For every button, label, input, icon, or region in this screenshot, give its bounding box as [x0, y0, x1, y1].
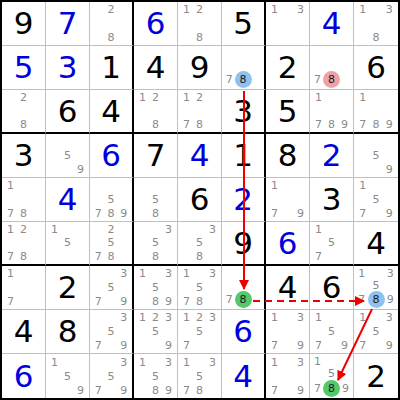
sudoku-board: 9728612851341385314978278628641281278351… — [0, 0, 400, 400]
cell-r8c4[interactable]: 12359 — [134, 310, 178, 354]
candidate-digit: 1 — [312, 223, 325, 236]
candidate-digit: 1 — [312, 355, 323, 368]
cell-r8c6[interactable]: 6 — [222, 310, 266, 354]
cell-r9c9[interactable]: 2 — [354, 354, 398, 398]
candidate-digit: 5 — [61, 149, 74, 163]
cell-r2c5[interactable]: 9 — [178, 46, 222, 90]
pencil-marks: 3579 — [90, 266, 132, 309]
cell-r4c6[interactable]: 1 — [222, 134, 266, 178]
given-digit: 6 — [58, 96, 78, 127]
pencil-marks: 58 — [134, 178, 177, 221]
candidate-digit: 5 — [105, 325, 118, 339]
cell-r2c1[interactable]: 5 — [2, 46, 46, 90]
candidate-digit: 3 — [117, 267, 130, 281]
candidate-digit: 7 — [356, 338, 369, 352]
candidate-digit: 7 — [268, 206, 281, 220]
given-digit: 4 — [101, 96, 121, 127]
pencil-marks: 12357 — [178, 310, 221, 353]
solved-digit: 3 — [58, 52, 78, 83]
cell-r6c6[interactable]: 9 — [222, 222, 266, 266]
cell-r2c3[interactable]: 1 — [90, 46, 134, 90]
candidate-digit: 7 — [4, 206, 17, 220]
cell-r3c8[interactable]: 1789 — [310, 90, 354, 134]
cell-r9c5[interactable]: 13578 — [178, 354, 222, 398]
cell-r9c4[interactable]: 13589 — [134, 354, 178, 398]
candidate-digit: 1 — [136, 311, 149, 325]
candidate-digit: 2 — [17, 223, 30, 236]
given-digit: 3 — [14, 140, 34, 171]
given-digit: 7 — [146, 140, 166, 171]
candidate-digit: 5 — [149, 236, 162, 249]
cell-r8c5[interactable]: 12357 — [178, 310, 222, 354]
candidate-digit: 7 — [312, 380, 323, 397]
candidate-digit: 7 — [356, 118, 369, 131]
given-digit: 8 — [278, 140, 298, 171]
given-digit: 4 — [14, 316, 34, 347]
pencil-marks: 1789 — [354, 90, 398, 132]
candidate-digit: 7 — [356, 291, 368, 308]
candidate-digit: 7 — [268, 338, 281, 352]
candidate-digit: 7 — [268, 383, 281, 397]
pencil-marks: 138 — [354, 2, 398, 45]
cell-r5c6[interactable]: 2 — [222, 178, 266, 222]
sudoku-board-wrap: 9728612851341385314978278628641281278351… — [0, 0, 400, 400]
cell-r1c2[interactable]: 7 — [46, 2, 90, 46]
candidate-digit: 3 — [162, 267, 175, 281]
candidate-digit: 8 — [17, 206, 30, 220]
pencil-marks: 1789 — [310, 90, 353, 132]
pencil-marks: 17 — [2, 266, 45, 309]
solved-digit: 4 — [233, 361, 253, 392]
cell-r5c9[interactable]: 1579 — [354, 178, 398, 222]
candidate-digit: 8 — [369, 30, 382, 44]
candidate-digit: 1 — [180, 91, 193, 104]
cell-r2c7[interactable]: 2 — [266, 46, 310, 90]
candidate-digit: 1 — [136, 355, 149, 369]
candidate-digit: 5 — [105, 193, 118, 207]
cell-r6c4[interactable]: 358 — [134, 222, 178, 266]
candidate-digit: 5 — [369, 193, 382, 207]
candidate-digit: 1 — [48, 223, 61, 236]
pencil-marks: 78 — [222, 46, 264, 89]
pencil-marks: 128 — [134, 90, 177, 132]
cell-r7c6[interactable]: 78 — [222, 266, 266, 310]
candidate-digit: 9 — [385, 291, 397, 308]
candidate-digit: 1 — [136, 91, 149, 104]
candidate-digit: 1 — [136, 267, 149, 281]
cell-r6c3[interactable]: 2578 — [90, 222, 134, 266]
given-digit: 1 — [101, 52, 121, 83]
candidate-digit: 3 — [162, 355, 175, 369]
cell-r4c5[interactable]: 4 — [178, 134, 222, 178]
solved-digit: 4 — [58, 184, 78, 215]
candidate-digit: 8 — [149, 118, 162, 131]
candidate-digit: 9 — [338, 338, 351, 352]
candidate-digit: 8 — [105, 206, 118, 220]
given-digit: 9 — [190, 52, 210, 83]
pencil-marks: 159 — [46, 354, 89, 398]
candidate-digit: 1 — [356, 267, 368, 279]
pencil-marks: 1579 — [354, 178, 398, 221]
given-digit: 4 — [146, 52, 166, 83]
pencil-marks: 13578 — [178, 266, 221, 309]
cell-r8c3[interactable]: 3579 — [90, 310, 134, 354]
candidate-digit: 1 — [268, 3, 281, 17]
cell-r2c4[interactable]: 4 — [134, 46, 178, 90]
candidate-digit: 2 — [105, 3, 118, 17]
candidate-digit: 2 — [193, 311, 206, 325]
chain-node-blue[interactable]: 8 — [368, 291, 385, 308]
cell-r9c2[interactable]: 159 — [46, 354, 90, 398]
given-digit: 2 — [366, 361, 386, 392]
candidate-digit: 2 — [149, 91, 162, 104]
solved-digit: 6 — [233, 316, 253, 347]
cell-r2c2[interactable]: 3 — [46, 46, 90, 90]
pencil-marks: 15789 — [310, 354, 353, 398]
candidate-digit: 1 — [356, 91, 369, 104]
cell-r4c1[interactable]: 3 — [2, 134, 46, 178]
candidate-digit: 9 — [383, 162, 396, 176]
candidate-digit: 5 — [325, 236, 338, 249]
given-digit: 5 — [278, 96, 298, 127]
candidate-digit: 8 — [105, 250, 118, 263]
candidate-digit: 1 — [356, 311, 369, 325]
candidate-digit: 3 — [206, 267, 219, 281]
cell-r7c2[interactable]: 2 — [46, 266, 90, 310]
pencil-marks: 5789 — [90, 178, 132, 221]
candidate-digit: 9 — [117, 383, 130, 397]
cell-r4c3[interactable]: 6 — [90, 134, 134, 178]
cell-r7c9[interactable]: 135789 — [354, 266, 398, 310]
cell-r6c5[interactable]: 358 — [178, 222, 222, 266]
cell-r6c1[interactable]: 1278 — [2, 222, 46, 266]
pencil-marks: 13589 — [134, 354, 177, 398]
cell-r5c1[interactable]: 178 — [2, 178, 46, 222]
cell-r1c4[interactable]: 6 — [134, 2, 178, 46]
candidate-digit: 5 — [105, 281, 118, 295]
candidate-digit: 8 — [149, 294, 162, 308]
cell-r7c5[interactable]: 13578 — [178, 266, 222, 310]
candidate-digit: 8 — [17, 250, 30, 263]
candidate-digit: 3 — [162, 311, 175, 325]
candidate-digit: 1 — [312, 311, 325, 325]
given-digit: 6 — [366, 52, 386, 83]
candidate-digit: 8 — [193, 383, 206, 397]
cell-r5c2[interactable]: 4 — [46, 178, 90, 222]
candidate-digit: 1 — [180, 355, 193, 369]
candidate-digit: 3 — [206, 355, 219, 369]
candidate-digit: 7 — [4, 250, 17, 263]
solved-digit: 6 — [101, 140, 121, 171]
candidate-digit: 8 — [325, 118, 338, 131]
candidate-digit: 1 — [268, 179, 281, 193]
candidate-digit: 9 — [383, 118, 396, 131]
candidate-digit: 1 — [312, 91, 325, 104]
pencil-marks: 2578 — [90, 222, 132, 264]
candidate-digit: 2 — [149, 311, 162, 325]
given-digit: 3 — [322, 184, 342, 215]
candidate-digit: 1 — [180, 3, 193, 17]
cell-r1c9[interactable]: 138 — [354, 2, 398, 46]
candidate-digit: 1 — [4, 179, 17, 193]
cell-r1c1[interactable]: 9 — [2, 2, 46, 46]
solved-digit: 2 — [233, 184, 253, 215]
cell-r5c4[interactable]: 58 — [134, 178, 178, 222]
candidate-digit: 5 — [325, 325, 338, 339]
given-digit: 1 — [233, 140, 253, 171]
candidate-digit: 5 — [369, 149, 382, 163]
candidate-digit: 7 — [92, 206, 105, 220]
candidate-digit: 3 — [294, 355, 307, 369]
cell-r1c5[interactable]: 128 — [178, 2, 222, 46]
cell-r6c7[interactable]: 6 — [266, 222, 310, 266]
candidate-digit: 9 — [74, 383, 87, 397]
cell-r3c6[interactable]: 3 — [222, 90, 266, 134]
candidate-digit: 9 — [162, 294, 175, 308]
cell-r1c8[interactable]: 4 — [310, 2, 354, 46]
cell-r6c9[interactable]: 4 — [354, 222, 398, 266]
candidate-digit: 8 — [369, 118, 382, 131]
cell-r7c4[interactable]: 13589 — [134, 266, 178, 310]
cell-r2c8[interactable]: 78 — [310, 46, 354, 90]
candidate-digit: 7 — [180, 383, 193, 397]
candidate-digit: 9 — [383, 338, 396, 352]
cell-r2c6[interactable]: 78 — [222, 46, 266, 90]
candidate-digit: 9 — [162, 383, 175, 397]
candidate-digit: 5 — [61, 236, 74, 249]
pencil-marks: 1379 — [266, 310, 309, 353]
pencil-marks: 135789 — [354, 266, 398, 309]
candidate-digit: 5 — [149, 193, 162, 207]
candidate-digit: 5 — [149, 369, 162, 383]
cell-r3c2[interactable]: 6 — [46, 90, 90, 134]
candidate-digit: 9 — [162, 338, 175, 352]
pencil-marks: 3579 — [90, 354, 132, 398]
cell-r4c8[interactable]: 2 — [310, 134, 354, 178]
pencil-marks: 28 — [2, 90, 45, 132]
candidate-digit: 7 — [92, 338, 105, 352]
candidate-digit: 8 — [149, 206, 162, 220]
given-digit: 3 — [233, 96, 253, 127]
pencil-marks: 78 — [222, 266, 264, 309]
candidate-digit: 8 — [149, 383, 162, 397]
candidate-digit: 7 — [180, 338, 193, 352]
solved-digit: 4 — [322, 8, 342, 39]
pencil-marks: 1278 — [2, 222, 45, 264]
cell-r8c1[interactable]: 4 — [2, 310, 46, 354]
cell-r9c3[interactable]: 3579 — [90, 354, 134, 398]
given-digit: 2 — [58, 272, 78, 303]
cell-r1c7[interactable]: 13 — [266, 2, 310, 46]
candidate-digit: 7 — [92, 294, 105, 308]
candidate-digit: 2 — [105, 223, 118, 236]
candidate-digit: 2 — [17, 91, 30, 104]
given-digit: 6 — [190, 184, 210, 215]
given-digit: 9 — [14, 8, 34, 39]
candidate-digit: 7 — [312, 338, 325, 352]
candidate-digit: 5 — [368, 279, 385, 291]
candidate-digit: 7 — [180, 294, 193, 308]
cell-r1c3[interactable]: 28 — [90, 2, 134, 46]
candidate-digit: 8 — [193, 250, 206, 263]
cell-r2c9[interactable]: 6 — [354, 46, 398, 90]
given-digit: 5 — [233, 8, 253, 39]
cell-r5c3[interactable]: 5789 — [90, 178, 134, 222]
chain-node-red[interactable]: 8 — [323, 71, 340, 88]
pencil-marks: 128 — [178, 2, 221, 45]
candidate-digit: 3 — [294, 3, 307, 17]
candidate-digit: 5 — [149, 325, 162, 339]
candidate-digit: 7 — [180, 118, 193, 131]
candidate-digit: 5 — [193, 369, 206, 383]
cell-r1c6[interactable]: 5 — [222, 2, 266, 46]
cell-r3c1[interactable]: 28 — [2, 90, 46, 134]
cell-r4c4[interactable]: 7 — [134, 134, 178, 178]
cell-r9c6[interactable]: 4 — [222, 354, 266, 398]
candidate-digit: 3 — [206, 223, 219, 236]
candidate-digit: 1 — [4, 267, 17, 281]
pencil-marks: 1579 — [310, 310, 353, 353]
cell-r6c8[interactable]: 157 — [310, 222, 354, 266]
cell-r8c9[interactable]: 13579 — [354, 310, 398, 354]
pencil-marks: 12359 — [134, 310, 177, 353]
candidate-digit: 7 — [92, 383, 105, 397]
chain-node-green[interactable]: 8 — [323, 380, 340, 397]
candidate-digit: 1 — [356, 179, 369, 193]
candidate-digit: 5 — [105, 236, 118, 249]
solved-digit: 6 — [278, 228, 298, 259]
cell-r3c3[interactable]: 4 — [90, 90, 134, 134]
cell-r4c7[interactable]: 8 — [266, 134, 310, 178]
cell-r6c2[interactable]: 15 — [46, 222, 90, 266]
candidate-digit: 5 — [149, 281, 162, 295]
pencil-marks: 28 — [90, 2, 132, 45]
given-digit: 6 — [322, 272, 342, 303]
cell-r8c8[interactable]: 1579 — [310, 310, 354, 354]
candidate-digit: 9 — [294, 338, 307, 352]
pencil-marks: 13578 — [178, 354, 221, 398]
candidate-digit: 1 — [48, 355, 61, 369]
cell-r7c8[interactable]: 6 — [310, 266, 354, 310]
pencil-marks: 157 — [310, 222, 353, 264]
pencil-marks: 358 — [178, 222, 221, 264]
solved-digit: 4 — [190, 140, 210, 171]
candidate-digit: 9 — [294, 206, 307, 220]
cell-r4c2[interactable]: 59 — [46, 134, 90, 178]
cell-r8c2[interactable]: 8 — [46, 310, 90, 354]
cell-r9c8[interactable]: 15789 — [310, 354, 354, 398]
candidate-digit: 7 — [92, 250, 105, 263]
pencil-marks: 78 — [310, 46, 353, 89]
candidate-digit: 8 — [193, 118, 206, 131]
candidate-digit: 5 — [193, 236, 206, 249]
candidate-digit: 8 — [105, 30, 118, 44]
candidate-digit: 5 — [61, 369, 74, 383]
candidate-digit: 7 — [4, 294, 17, 308]
candidate-digit: 8 — [17, 118, 30, 131]
solved-digit: 6 — [14, 361, 34, 392]
cell-r7c7[interactable]: 4 — [266, 266, 310, 310]
cell-r3c5[interactable]: 1278 — [178, 90, 222, 134]
candidate-digit: 5 — [369, 325, 382, 339]
candidate-digit: 9 — [117, 294, 130, 308]
candidate-digit: 5 — [105, 369, 118, 383]
cell-r5c5[interactable]: 6 — [178, 178, 222, 222]
pencil-marks: 3579 — [90, 310, 132, 353]
pencil-marks: 358 — [134, 222, 177, 264]
pencil-marks: 13 — [266, 2, 309, 45]
candidate-digit: 3 — [383, 311, 396, 325]
candidate-digit: 3 — [117, 311, 130, 325]
cell-r3c9[interactable]: 1789 — [354, 90, 398, 134]
cell-r4c9[interactable]: 59 — [354, 134, 398, 178]
candidate-digit: 8 — [193, 294, 206, 308]
chain-node-blue[interactable]: 8 — [235, 71, 252, 88]
candidate-digit: 7 — [312, 250, 325, 263]
given-digit: 4 — [366, 228, 386, 259]
pencil-marks: 13579 — [354, 310, 398, 353]
candidate-digit: 2 — [193, 91, 206, 104]
pencil-marks: 1379 — [266, 354, 309, 398]
solved-digit: 7 — [58, 8, 78, 39]
candidate-digit: 8 — [193, 30, 206, 44]
pencil-marks: 15 — [46, 222, 89, 264]
candidate-digit: 1 — [180, 311, 193, 325]
candidate-digit: 1 — [268, 311, 281, 325]
candidate-digit: 3 — [383, 3, 396, 17]
pencil-marks: 59 — [46, 134, 89, 177]
cell-r3c4[interactable]: 128 — [134, 90, 178, 134]
candidate-digit: 5 — [193, 325, 206, 339]
candidate-digit: 7 — [224, 291, 235, 308]
candidate-digit: 1 — [268, 355, 281, 369]
cell-r8c7[interactable]: 1379 — [266, 310, 310, 354]
cell-r9c7[interactable]: 1379 — [266, 354, 310, 398]
cell-r7c3[interactable]: 3579 — [90, 266, 134, 310]
candidate-digit: 7 — [312, 71, 323, 88]
cell-r3c7[interactable]: 5 — [266, 90, 310, 134]
candidate-digit: 8 — [149, 250, 162, 263]
candidate-digit: 9 — [117, 338, 130, 352]
pencil-marks: 1278 — [178, 90, 221, 132]
given-digit: 9 — [233, 228, 253, 259]
candidate-digit: 9 — [340, 380, 351, 397]
given-digit: 2 — [278, 52, 298, 83]
solved-digit: 6 — [146, 8, 166, 39]
pencil-marks: 59 — [354, 134, 398, 177]
candidate-digit: 9 — [117, 206, 130, 220]
cell-r5c8[interactable]: 3 — [310, 178, 354, 222]
candidate-digit: 3 — [385, 267, 397, 279]
chain-node-green[interactable]: 8 — [235, 291, 252, 308]
cell-r9c1[interactable]: 6 — [2, 354, 46, 398]
candidate-digit: 7 — [312, 118, 325, 131]
solved-digit: 5 — [14, 52, 34, 83]
cell-r7c1[interactable]: 17 — [2, 266, 46, 310]
candidate-digit: 1 — [4, 223, 17, 236]
pencil-marks: 179 — [266, 178, 309, 221]
candidate-digit: 7 — [356, 206, 369, 220]
cell-r5c7[interactable]: 179 — [266, 178, 310, 222]
candidate-digit: 7 — [224, 71, 235, 88]
candidate-digit: 1 — [356, 3, 369, 17]
candidate-digit: 9 — [294, 383, 307, 397]
candidate-digit: 3 — [294, 311, 307, 325]
pencil-marks: 13589 — [134, 266, 177, 309]
given-digit: 4 — [278, 272, 298, 303]
pencil-marks: 178 — [2, 178, 45, 221]
candidate-digit: 3 — [117, 355, 130, 369]
